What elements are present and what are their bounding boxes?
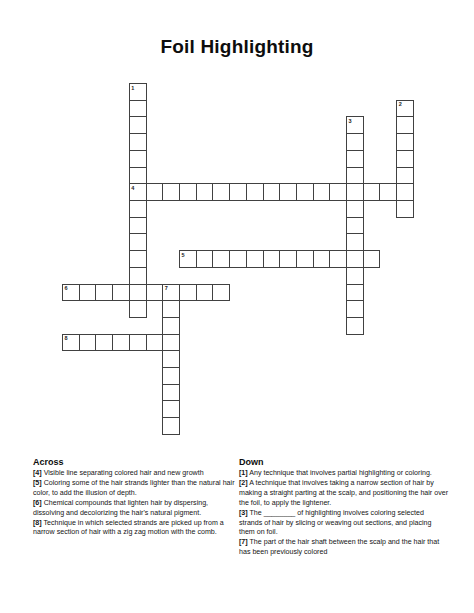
cell-r12c7[interactable]: [179, 284, 197, 302]
across-header: Across: [33, 457, 237, 468]
clue-number-down-7: [7]: [239, 538, 248, 546]
cell-r10c15[interactable]: [313, 250, 331, 268]
clue-down-1: [1] Any technique that involves partial …: [239, 469, 449, 479]
cell-r10c18[interactable]: [363, 250, 381, 268]
cell-r6c20[interactable]: [396, 183, 414, 201]
cell-r6c12[interactable]: [263, 183, 281, 201]
cell-r15c0[interactable]: 8: [62, 334, 80, 352]
cell-r6c8[interactable]: [196, 183, 214, 201]
cell-r10c8[interactable]: [196, 250, 214, 268]
cell-number-2: 2: [399, 101, 402, 107]
cell-number-7: 7: [165, 285, 168, 291]
cell-number-3: 3: [349, 118, 352, 124]
cell-r6c4[interactable]: 4: [129, 183, 147, 201]
clue-across-8: [8] Technique in which selected strands …: [33, 519, 237, 539]
cell-r11c17[interactable]: [346, 267, 364, 285]
clue-across-5: [5] Coloring some of the hair strands li…: [33, 479, 237, 499]
cell-r4c17[interactable]: [346, 150, 364, 168]
cell-r5c17[interactable]: [346, 167, 364, 185]
cell-r17c6[interactable]: [162, 367, 180, 385]
cell-r10c11[interactable]: [246, 250, 264, 268]
cell-r10c16[interactable]: [329, 250, 347, 268]
cell-r6c10[interactable]: [229, 183, 247, 201]
cell-r20c6[interactable]: [162, 417, 180, 435]
cell-r12c2[interactable]: [95, 284, 113, 302]
cell-r12c9[interactable]: [212, 284, 230, 302]
cell-r5c4[interactable]: [129, 167, 147, 185]
cell-r3c17[interactable]: [346, 133, 364, 151]
cell-r2c17[interactable]: 3: [346, 116, 364, 134]
cell-r12c6[interactable]: 7: [162, 284, 180, 302]
cell-r6c15[interactable]: [313, 183, 331, 201]
down-clues-section: Down [1] Any technique that involves par…: [239, 457, 449, 558]
cell-r6c17[interactable]: [346, 183, 364, 201]
clue-down-2: [2] A technique that involves taking a n…: [239, 479, 449, 509]
cell-r14c17[interactable]: [346, 317, 364, 335]
cell-r9c17[interactable]: [346, 233, 364, 251]
cell-r18c6[interactable]: [162, 384, 180, 402]
cell-r16c6[interactable]: [162, 350, 180, 368]
cell-r10c9[interactable]: [212, 250, 230, 268]
clue-across-6: [6] Chemical compounds that lighten hair…: [33, 499, 237, 519]
cell-r6c18[interactable]: [363, 183, 381, 201]
cell-r6c13[interactable]: [279, 183, 297, 201]
cell-number-1: 1: [131, 85, 134, 91]
cell-r13c4[interactable]: [129, 300, 147, 318]
cell-r6c14[interactable]: [296, 183, 314, 201]
cell-r12c8[interactable]: [196, 284, 214, 302]
cell-r6c6[interactable]: [162, 183, 180, 201]
cell-r14c6[interactable]: [162, 317, 180, 335]
cell-number-6: 6: [65, 285, 68, 291]
clue-number-down-2: [2]: [239, 479, 248, 487]
cell-r10c14[interactable]: [296, 250, 314, 268]
across-clues-section: Across [4] Visible line separating color…: [33, 457, 237, 538]
cell-r0c4[interactable]: 1: [129, 83, 147, 101]
cell-r6c5[interactable]: [146, 183, 164, 201]
cell-r6c19[interactable]: [379, 183, 397, 201]
cell-r10c10[interactable]: [229, 250, 247, 268]
cell-number-8: 8: [65, 335, 68, 341]
cell-r15c3[interactable]: [112, 334, 130, 352]
cell-r7c20[interactable]: [396, 200, 414, 218]
clue-number-across-5: [5]: [33, 479, 42, 487]
puzzle-title: Foil Highlighting: [0, 36, 474, 58]
cell-r12c1[interactable]: [79, 284, 97, 302]
cell-r15c5[interactable]: [146, 334, 164, 352]
clue-across-4: [4] Visible line separating colored hair…: [33, 469, 237, 479]
cell-r4c20[interactable]: [396, 150, 414, 168]
cell-r2c20[interactable]: [396, 116, 414, 134]
cell-r13c6[interactable]: [162, 300, 180, 318]
cell-r12c3[interactable]: [112, 284, 130, 302]
cell-r10c17[interactable]: [346, 250, 364, 268]
clue-down-3: [3] The ________ of highlighting involve…: [239, 509, 449, 539]
cell-r3c20[interactable]: [396, 133, 414, 151]
cell-r12c4[interactable]: [129, 284, 147, 302]
cell-r3c4[interactable]: [129, 133, 147, 151]
clue-number-across-4: [4]: [33, 469, 42, 477]
cell-r9c4[interactable]: [129, 233, 147, 251]
cell-r5c20[interactable]: [396, 167, 414, 185]
down-clue-list: [1] Any technique that involves partial …: [239, 469, 449, 558]
cell-r8c4[interactable]: [129, 217, 147, 235]
cell-r10c13[interactable]: [279, 250, 297, 268]
cell-r7c4[interactable]: [129, 200, 147, 218]
cell-r6c7[interactable]: [179, 183, 197, 201]
clue-number-across-6: [6]: [33, 499, 42, 507]
cell-r6c16[interactable]: [329, 183, 347, 201]
cell-r4c4[interactable]: [129, 150, 147, 168]
cell-r10c12[interactable]: [263, 250, 281, 268]
crossword-page: Foil Highlighting 12345678 Across [4] Vi…: [0, 0, 474, 613]
clue-down-7: [7] The part of the hair shaft between t…: [239, 538, 449, 558]
clue-number-down-3: [3]: [239, 509, 248, 517]
across-clue-list: [4] Visible line separating colored hair…: [33, 469, 237, 538]
cell-r12c17[interactable]: [346, 284, 364, 302]
cell-r10c7[interactable]: 5: [179, 250, 197, 268]
cell-r15c6[interactable]: [162, 334, 180, 352]
cell-r19c6[interactable]: [162, 400, 180, 418]
cell-r12c5[interactable]: [146, 284, 164, 302]
cell-r15c1[interactable]: [79, 334, 97, 352]
cell-r15c4[interactable]: [129, 334, 147, 352]
cell-r15c2[interactable]: [95, 334, 113, 352]
cell-number-5: 5: [181, 252, 184, 258]
cell-r6c11[interactable]: [246, 183, 264, 201]
clue-number-across-8: [8]: [33, 519, 42, 527]
cell-number-4: 4: [131, 185, 134, 191]
cell-r2c4[interactable]: [129, 116, 147, 134]
cell-r6c9[interactable]: [212, 183, 230, 201]
cell-r11c4[interactable]: [129, 267, 147, 285]
clue-number-down-1: [1]: [239, 469, 248, 477]
cell-r1c20[interactable]: 2: [396, 100, 414, 118]
down-header: Down: [239, 457, 449, 468]
cell-r10c4[interactable]: [129, 250, 147, 268]
cell-r7c17[interactable]: [346, 200, 364, 218]
cell-r1c4[interactable]: [129, 100, 147, 118]
cell-r13c17[interactable]: [346, 300, 364, 318]
crossword-grid: 12345678: [62, 83, 414, 435]
cell-r8c17[interactable]: [346, 217, 364, 235]
cell-r12c0[interactable]: 6: [62, 284, 80, 302]
